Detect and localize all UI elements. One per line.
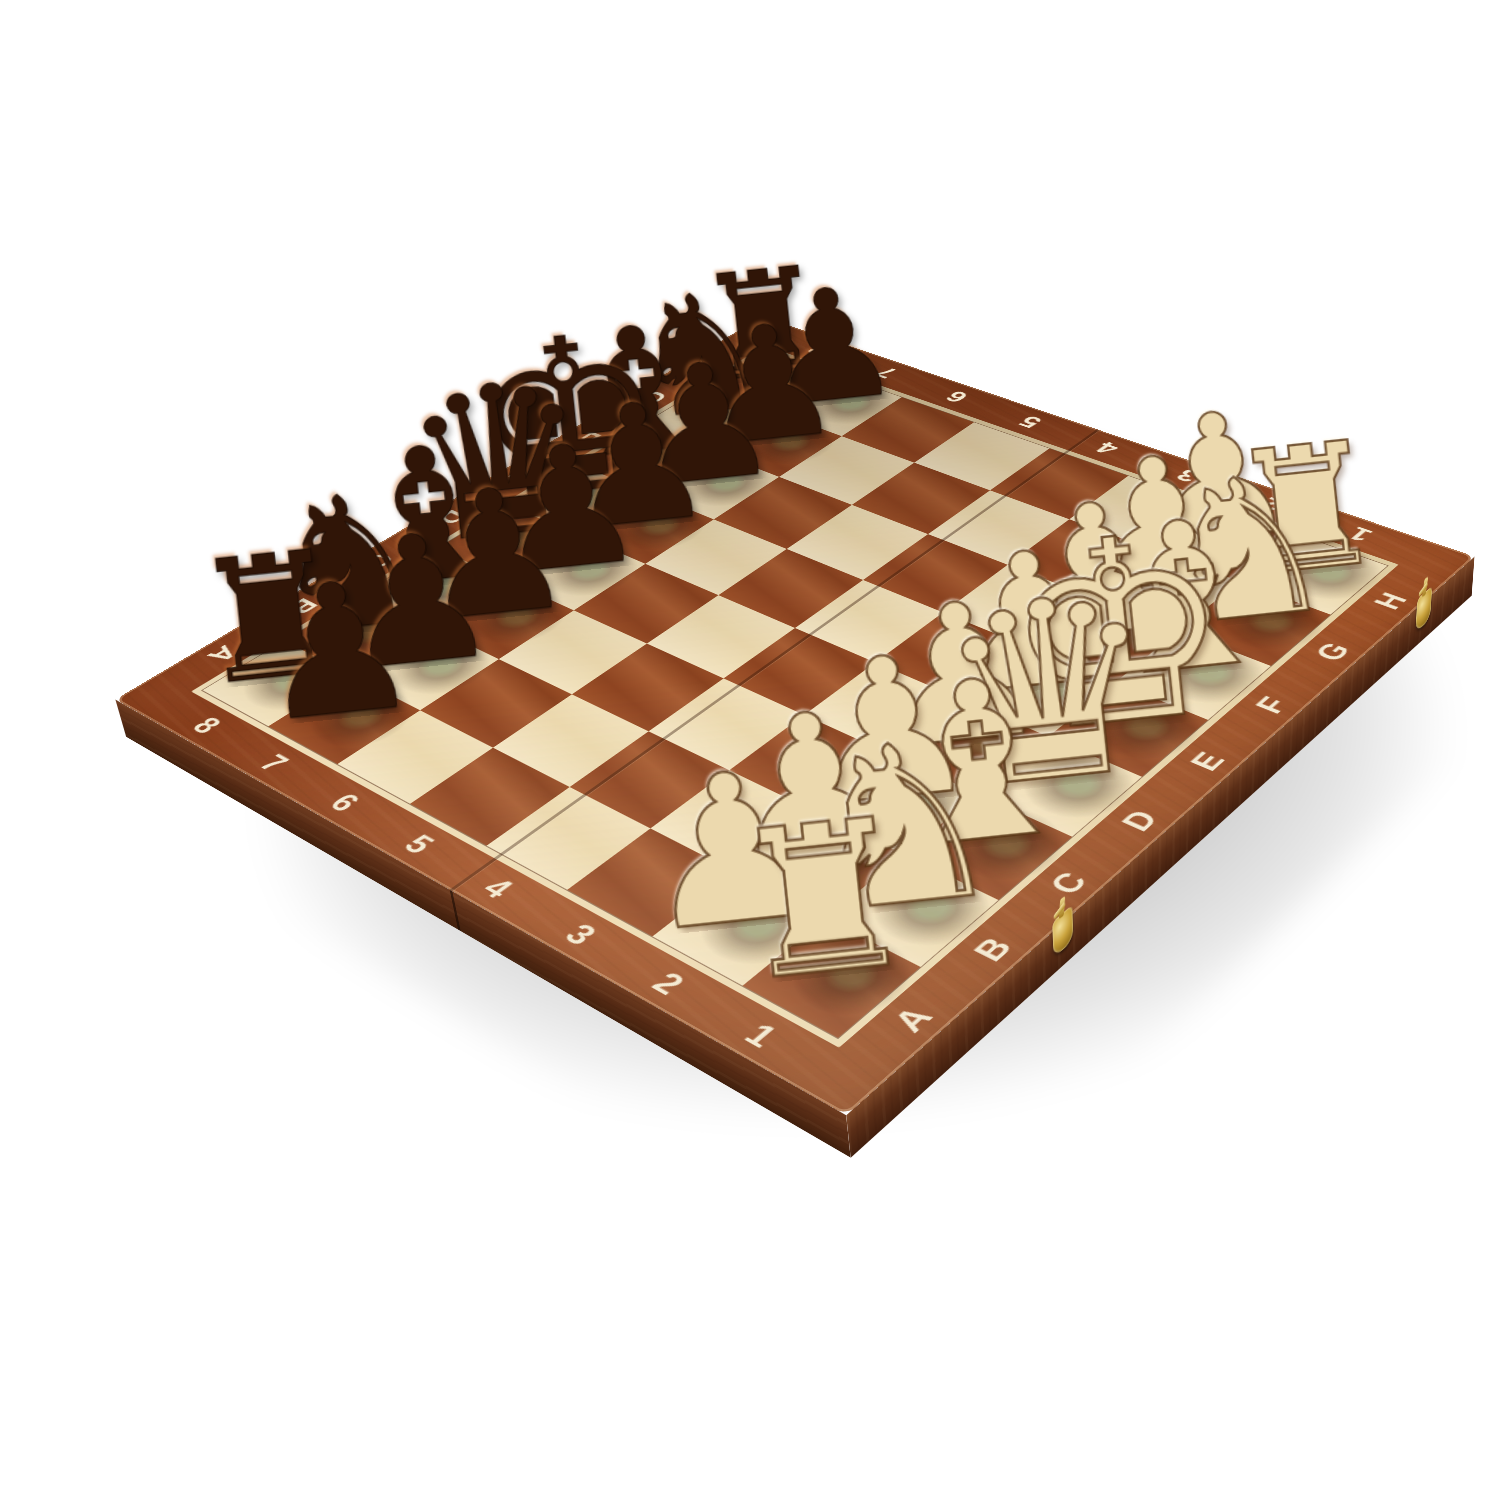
pieces-layer: ♜♞♝♛♚♝♞♜♟♟♟♟♟♟♟♟♟♟♟♟♟♟♟♟♜♞♝♛♚♝♞♜ <box>115 317 1474 1116</box>
product-photo-stage: ABCDEFGH ABCDEFGH 87654321 87654321 ♜♞♝♛… <box>0 0 1500 1500</box>
piece-white-rook-a1: ♜ <box>629 754 1014 995</box>
piece-black-pawn-a7: ♟ <box>170 523 499 734</box>
chess-board: ABCDEFGH ABCDEFGH 87654321 87654321 ♜♞♝♛… <box>115 317 1474 1116</box>
board-frame: ABCDEFGH ABCDEFGH 87654321 87654321 ♜♞♝♛… <box>115 317 1474 1116</box>
